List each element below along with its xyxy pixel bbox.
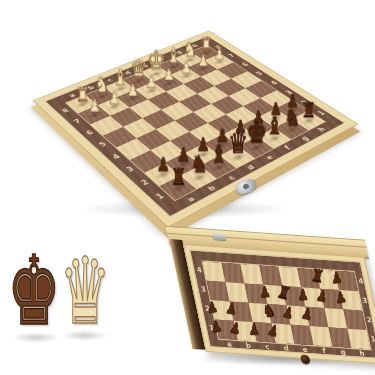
- file-label: g: [333, 347, 354, 359]
- folded-chess-piece-bP: ♟: [221, 300, 240, 317]
- file-label: h: [352, 348, 373, 360]
- loose-dark-king: ♚: [6, 243, 62, 339]
- hinge: [212, 233, 226, 240]
- folded-board-face: abcdefgh44332211 ♟♟♟♟♟♟♞♟♟♟♜♟♟♟♜♟: [183, 244, 375, 365]
- loose-light-queen: ♛: [57, 246, 113, 338]
- folded-chess-piece-bP: ♟: [277, 304, 297, 323]
- folded-chess-piece-bN: ♞: [259, 301, 279, 321]
- folded-chess-piece-bP: ♟: [294, 287, 312, 303]
- folded-chess-piece-bP: ♟: [327, 270, 345, 287]
- folded-chess-piece-bP: ♟: [225, 319, 245, 337]
- folded-chess-piece-bP: ♟: [297, 306, 317, 324]
- folded-chess-piece-bP: ♟: [312, 287, 332, 305]
- folded-chess-piece-bP: ♟: [255, 284, 273, 300]
- folded-chess-piece-bR: ♜: [307, 266, 327, 286]
- file-label: e: [295, 344, 316, 356]
- file-label: a: [219, 339, 240, 351]
- folded-chess-piece-bP: ♟: [245, 322, 263, 338]
- file-label: b: [238, 340, 259, 352]
- file-label: f: [314, 345, 335, 357]
- folded-chess-board: abcdefgh44332211 ♟♟♟♟♟♟♞♟♟♟♜♟♟♟♜♟: [183, 244, 375, 365]
- board-top-face: aa88bb77cc66dd55ee44ff33gg22hh11 ♜♞♝♛♚♝♞…: [33, 30, 359, 227]
- folded-chess-piece-bP: ♟: [331, 289, 350, 306]
- folded-chess-piece-bP: ♟: [262, 322, 283, 341]
- file-label: c: [257, 341, 278, 353]
- file-label: d: [276, 343, 297, 355]
- product-photo-stage: aa88bb77cc66dd55ee44ff33gg22hh11 ♜♞♝♛♚♝♞…: [0, 0, 375, 375]
- chess-piece-bR: ♜: [165, 165, 190, 188]
- open-chess-board: aa88bb77cc66dd55ee44ff33gg22hh11 ♜♞♝♛♚♝♞…: [33, 30, 359, 227]
- folded-chess-piece-bP: ♟: [206, 318, 226, 336]
- folded-chess-piece-bP: ♟: [202, 299, 221, 316]
- chess-piece-wP: ♟: [83, 98, 106, 115]
